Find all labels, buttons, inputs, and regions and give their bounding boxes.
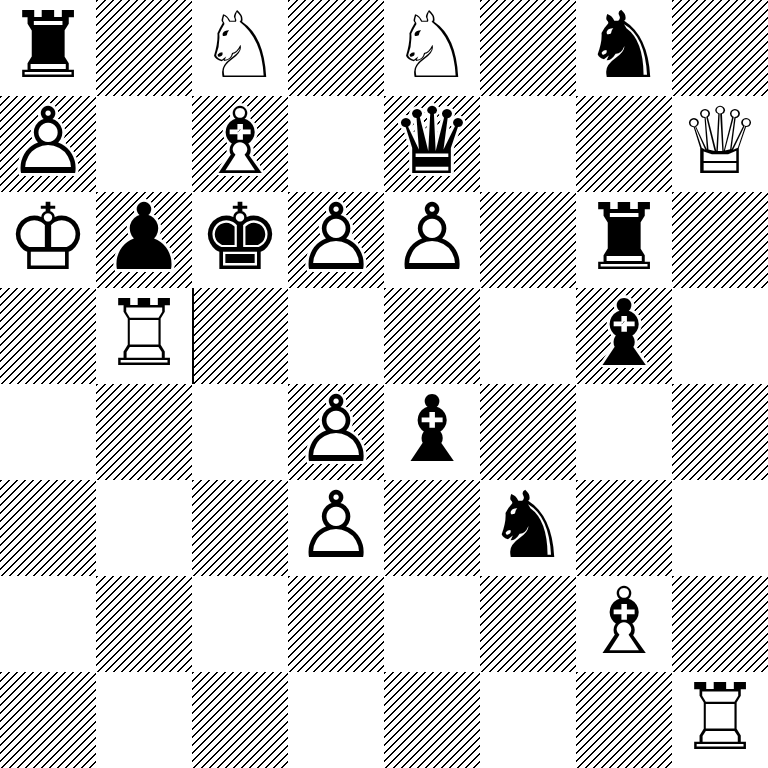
- square-a2[interactable]: [0, 576, 96, 672]
- white-rook[interactable]: ♖: [672, 672, 768, 766]
- square-h7[interactable]: ♛♕: [672, 96, 768, 192]
- square-c6[interactable]: ♚♚: [192, 192, 288, 288]
- square-b8[interactable]: [96, 0, 192, 96]
- square-c2[interactable]: [192, 576, 288, 672]
- white-king[interactable]: ♔: [0, 192, 96, 286]
- square-f8[interactable]: [480, 0, 576, 96]
- white-pawn[interactable]: ♙: [384, 192, 480, 286]
- square-h3[interactable]: [672, 480, 768, 576]
- square-a4[interactable]: [0, 384, 96, 480]
- square-g6[interactable]: ♜♜: [576, 192, 672, 288]
- square-e2[interactable]: [384, 576, 480, 672]
- square-e6[interactable]: ♟♙: [384, 192, 480, 288]
- square-a5[interactable]: [0, 288, 96, 384]
- square-g1[interactable]: [576, 672, 672, 768]
- square-h8[interactable]: [672, 0, 768, 96]
- square-b4[interactable]: [96, 384, 192, 480]
- square-e4[interactable]: ♝♝: [384, 384, 480, 480]
- square-b1[interactable]: [96, 672, 192, 768]
- square-h1[interactable]: ♜♖: [672, 672, 768, 768]
- square-d2[interactable]: [288, 576, 384, 672]
- square-g3[interactable]: [576, 480, 672, 576]
- square-g7[interactable]: [576, 96, 672, 192]
- square-d5[interactable]: [288, 288, 384, 384]
- square-g5[interactable]: ♝♝: [576, 288, 672, 384]
- white-pawn[interactable]: ♙: [288, 192, 384, 286]
- square-c1[interactable]: [192, 672, 288, 768]
- square-g8[interactable]: ♞♞: [576, 0, 672, 96]
- square-b5[interactable]: ♜♖: [96, 288, 192, 384]
- white-bishop[interactable]: ♗: [192, 96, 288, 190]
- white-queen[interactable]: ♕: [672, 96, 768, 190]
- black-rook[interactable]: ♜: [576, 192, 672, 286]
- square-f4[interactable]: [480, 384, 576, 480]
- square-g4[interactable]: [576, 384, 672, 480]
- square-e5[interactable]: [384, 288, 480, 384]
- black-knight[interactable]: ♞: [576, 0, 672, 94]
- square-b7[interactable]: [96, 96, 192, 192]
- square-a7[interactable]: ♟♙: [0, 96, 96, 192]
- square-c3[interactable]: [192, 480, 288, 576]
- square-b6[interactable]: ♟♟: [96, 192, 192, 288]
- white-knight[interactable]: ♘: [384, 0, 480, 94]
- white-rook[interactable]: ♖: [96, 288, 192, 382]
- square-f7[interactable]: [480, 96, 576, 192]
- square-h4[interactable]: [672, 384, 768, 480]
- square-a8[interactable]: ♜♜: [0, 0, 96, 96]
- square-g2[interactable]: ♝♗: [576, 576, 672, 672]
- square-b3[interactable]: [96, 480, 192, 576]
- square-f2[interactable]: [480, 576, 576, 672]
- black-bishop[interactable]: ♝: [576, 288, 672, 382]
- square-f1[interactable]: [480, 672, 576, 768]
- black-bishop[interactable]: ♝: [384, 384, 480, 478]
- square-d4[interactable]: ♟♙: [288, 384, 384, 480]
- square-c4[interactable]: [192, 384, 288, 480]
- black-pawn[interactable]: ♟: [96, 192, 192, 286]
- square-h2[interactable]: [672, 576, 768, 672]
- square-d1[interactable]: [288, 672, 384, 768]
- square-a6[interactable]: ♚♔: [0, 192, 96, 288]
- black-king[interactable]: ♚: [192, 192, 288, 286]
- chess-board: ♜♜♞♘♞♘♞♞♟♙♝♗♛♛♛♕♚♔♟♟♚♚♟♙♟♙♜♜♜♖♝♝♟♙♝♝♟♙♞♞…: [0, 0, 768, 768]
- square-d8[interactable]: [288, 0, 384, 96]
- square-c7[interactable]: ♝♗: [192, 96, 288, 192]
- square-h5[interactable]: [672, 288, 768, 384]
- white-pawn[interactable]: ♙: [288, 384, 384, 478]
- white-pawn[interactable]: ♙: [0, 96, 96, 190]
- white-bishop[interactable]: ♗: [576, 576, 672, 670]
- square-c8[interactable]: ♞♘: [192, 0, 288, 96]
- square-f3[interactable]: ♞♞: [480, 480, 576, 576]
- square-e7[interactable]: ♛♛: [384, 96, 480, 192]
- square-a1[interactable]: [0, 672, 96, 768]
- square-e1[interactable]: [384, 672, 480, 768]
- square-c5[interactable]: [192, 288, 288, 384]
- white-pawn[interactable]: ♙: [288, 480, 384, 574]
- white-knight[interactable]: ♘: [192, 0, 288, 94]
- square-f5[interactable]: [480, 288, 576, 384]
- square-d7[interactable]: [288, 96, 384, 192]
- square-d6[interactable]: ♟♙: [288, 192, 384, 288]
- square-f6[interactable]: [480, 192, 576, 288]
- black-queen[interactable]: ♛: [384, 96, 480, 190]
- square-d3[interactable]: ♟♙: [288, 480, 384, 576]
- black-knight[interactable]: ♞: [480, 480, 576, 574]
- square-b2[interactable]: [96, 576, 192, 672]
- square-h6[interactable]: [672, 192, 768, 288]
- square-e8[interactable]: ♞♘: [384, 0, 480, 96]
- square-e3[interactable]: [384, 480, 480, 576]
- square-a3[interactable]: [0, 480, 96, 576]
- black-rook[interactable]: ♜: [0, 0, 96, 94]
